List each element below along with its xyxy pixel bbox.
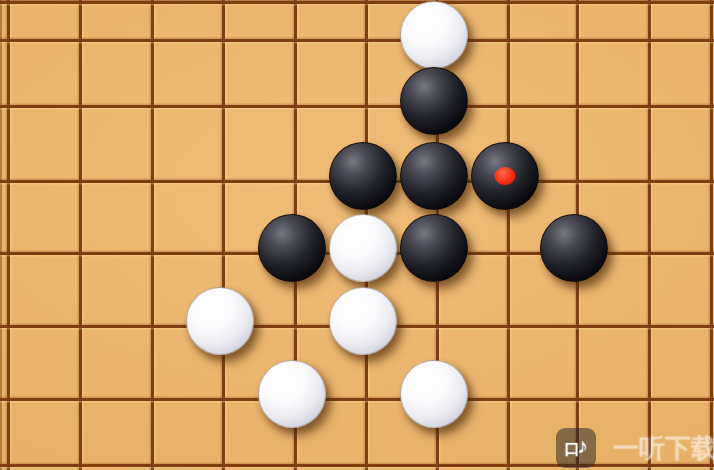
- gomoku-board[interactable]: [0, 0, 714, 470]
- black-stone: [400, 214, 468, 282]
- black-stone: [400, 142, 468, 210]
- grid-line-horizontal: [0, 464, 714, 467]
- white-stone: [258, 360, 326, 428]
- white-stone: [400, 360, 468, 428]
- black-stone: [540, 214, 608, 282]
- grid-line-horizontal: [0, 39, 714, 42]
- last-move-marker: [495, 167, 516, 185]
- white-stone: [186, 287, 254, 355]
- black-stone: [329, 142, 397, 210]
- black-stone: [471, 142, 539, 210]
- gomoku-screenshot: 口 ♪ 一听下载: [0, 0, 714, 470]
- grid-line-horizontal: [0, 1, 714, 4]
- grid-line-horizontal: [0, 105, 714, 108]
- white-stone: [400, 1, 468, 69]
- white-stone: [329, 287, 397, 355]
- black-stone: [258, 214, 326, 282]
- black-stone: [400, 67, 468, 135]
- grid-line-horizontal: [0, 398, 714, 401]
- white-stone: [329, 214, 397, 282]
